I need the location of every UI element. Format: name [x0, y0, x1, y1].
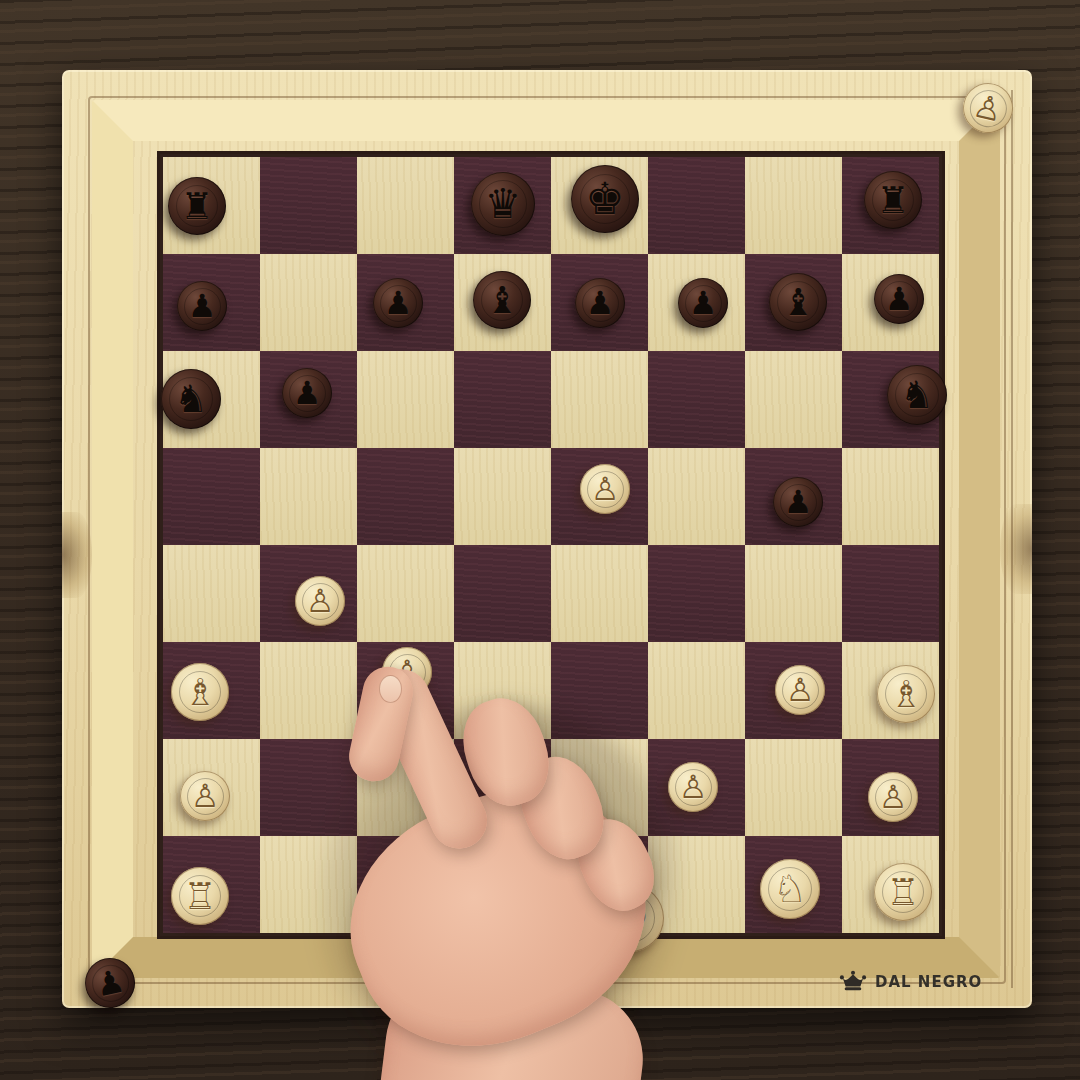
white-pawn-glyph: ♙ [970, 89, 1005, 127]
piece-white-rook-h1[interactable]: ♖ [874, 863, 932, 921]
piece-black-bishop-g7[interactable]: ♝ [769, 273, 827, 331]
black-bishop-glyph: ♝ [485, 282, 518, 319]
square-f8[interactable] [648, 157, 745, 254]
piece-black-pawn-e7[interactable]: ♟ [575, 278, 625, 328]
piece-white-pawn-e5[interactable]: ♙ [580, 464, 630, 514]
piece-black-rook-a8[interactable]: ♜ [168, 177, 226, 235]
piece-white-rook-a1[interactable]: ♖ [171, 867, 229, 925]
square-b7[interactable] [260, 254, 357, 351]
piece-black-pawn-c7[interactable]: ♟ [373, 278, 423, 328]
black-pawn-glyph: ♟ [188, 290, 217, 322]
piece-white-pawn-a2[interactable]: ♙ [180, 771, 230, 821]
black-knight-glyph: ♞ [900, 376, 934, 414]
piece-white-pawn-h2[interactable]: ♙ [868, 772, 918, 822]
square-h5[interactable] [842, 448, 939, 545]
square-g2[interactable] [745, 739, 842, 836]
piece-black-knight-h6[interactable]: ♞ [887, 365, 947, 425]
black-pawn-glyph: ♟ [93, 964, 128, 1001]
square-b3[interactable] [260, 642, 357, 739]
white-rook-glyph: ♖ [183, 878, 216, 915]
square-c4[interactable] [357, 545, 454, 642]
square-c6[interactable] [357, 351, 454, 448]
square-a4[interactable] [163, 545, 260, 642]
piece-white-knight-g1[interactable]: ♘ [760, 859, 820, 919]
square-g4[interactable] [745, 545, 842, 642]
black-rook-glyph: ♜ [876, 182, 909, 219]
piece-black-pawn-b6[interactable]: ♟ [282, 368, 332, 418]
square-f4[interactable] [648, 545, 745, 642]
thumb-nail [379, 675, 402, 703]
piece-white-bishop-h3[interactable]: ♗ [877, 665, 935, 723]
piece-black-pawn-h7[interactable]: ♟ [874, 274, 924, 324]
white-knight-glyph: ♘ [773, 870, 807, 908]
black-pawn-glyph: ♟ [885, 283, 914, 315]
brand-logo: DAL NEGRO [838, 969, 982, 995]
square-c5[interactable] [357, 448, 454, 545]
white-pawn-glyph: ♙ [591, 473, 620, 505]
square-f5[interactable] [648, 448, 745, 545]
black-pawn-glyph: ♟ [293, 377, 322, 409]
piece-white-pawn-f2[interactable]: ♙ [668, 762, 718, 812]
white-pawn-glyph: ♙ [306, 585, 335, 617]
square-e6[interactable] [551, 351, 648, 448]
square-e4[interactable] [551, 545, 648, 642]
square-b8[interactable] [260, 157, 357, 254]
piece-black-bishop-d7[interactable]: ♝ [473, 271, 531, 329]
piece-black-rook-h8[interactable]: ♜ [864, 171, 922, 229]
black-pawn-glyph: ♟ [689, 287, 718, 319]
drawer-seam [1011, 90, 1013, 988]
black-knight-glyph: ♞ [174, 380, 208, 418]
square-g6[interactable] [745, 351, 842, 448]
black-bishop-glyph: ♝ [781, 284, 814, 321]
square-g8[interactable] [745, 157, 842, 254]
white-bishop-glyph: ♗ [183, 674, 216, 711]
white-pawn-glyph: ♙ [679, 771, 708, 803]
black-rook-glyph: ♜ [180, 188, 213, 225]
square-b5[interactable] [260, 448, 357, 545]
scene: DAL NEGRO ♜♛♚♜♟♟♝♟♟♝♟♞♟♞♟♙♙♗♙♙♗♙♙♙♖♔♘♖♙♟ [0, 0, 1080, 1080]
square-d6[interactable] [454, 351, 551, 448]
brand-label: DAL NEGRO [875, 973, 982, 992]
jester-icon [838, 970, 868, 994]
black-queen-glyph: ♛ [485, 184, 522, 225]
piece-black-pawn-f7[interactable]: ♟ [678, 278, 728, 328]
piece-white-bishop-a3[interactable]: ♗ [171, 663, 229, 721]
piece-black-pawn-g5[interactable]: ♟ [773, 477, 823, 527]
piece-white-pawn-g3[interactable]: ♙ [775, 665, 825, 715]
square-a5[interactable] [163, 448, 260, 545]
square-d5[interactable] [454, 448, 551, 545]
left-handle-notch[interactable] [62, 512, 92, 598]
square-c8[interactable] [357, 157, 454, 254]
black-pawn-glyph: ♟ [784, 486, 813, 518]
piece-black-pawn-a7[interactable]: ♟ [177, 281, 227, 331]
square-h4[interactable] [842, 545, 939, 642]
right-handle-notch[interactable] [1000, 504, 1032, 594]
white-bishop-glyph: ♗ [889, 676, 922, 713]
black-pawn-glyph: ♟ [384, 287, 413, 319]
square-f3[interactable] [648, 642, 745, 739]
white-pawn-glyph: ♙ [786, 674, 815, 706]
square-f6[interactable] [648, 351, 745, 448]
black-king-glyph: ♚ [585, 177, 624, 221]
square-d4[interactable] [454, 545, 551, 642]
black-pawn-glyph: ♟ [586, 287, 615, 319]
piece-black-king-e8[interactable]: ♚ [571, 165, 639, 233]
piece-white-pawn-b4[interactable]: ♙ [295, 576, 345, 626]
white-rook-glyph: ♖ [886, 874, 919, 911]
piece-black-knight-a6[interactable]: ♞ [161, 369, 221, 429]
white-pawn-glyph: ♙ [191, 780, 220, 812]
white-pawn-glyph: ♙ [879, 781, 908, 813]
piece-black-queen-d8[interactable]: ♛ [471, 172, 535, 236]
